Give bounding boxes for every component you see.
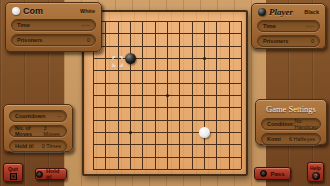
game-screen: Com White Time -:-:- Prisoners 0 Player …	[0, 0, 330, 186]
grid-line	[179, 21, 180, 169]
holdit-count-label: Hold it!	[15, 143, 34, 149]
holdit-count-value: 0 Times	[42, 143, 61, 149]
game-settings-panel: Game Settings Condition: No Handicap Kom…	[255, 99, 327, 145]
komi-value: 6 Halfeyes	[289, 136, 315, 142]
countdown-row: Countdown --	[9, 110, 67, 122]
star-point	[203, 57, 206, 60]
go-board[interactable]	[82, 10, 248, 176]
quit-button-label: Quit	[8, 166, 18, 172]
player-time-row: Time -:-:-	[257, 20, 320, 32]
pass-button[interactable]: Pass	[254, 167, 291, 180]
help-question-icon: ?	[312, 172, 320, 180]
com-panel-header: Com White	[12, 6, 95, 16]
hold-it-button-label: Hold it!	[46, 168, 66, 180]
hold-it-icon	[36, 171, 43, 178]
grid-line	[93, 120, 241, 121]
player-title: Player	[269, 7, 293, 17]
player-panel: Player Black Time -:-:- Prisoners 0	[251, 3, 326, 49]
holdit-count-row: Hold it! 0 Times	[9, 140, 67, 152]
grid-line	[93, 169, 241, 170]
komi-label: Komi	[267, 136, 281, 142]
pass-icon	[260, 170, 267, 177]
com-side-label: White	[80, 8, 95, 14]
com-time-label: Time	[17, 22, 30, 28]
grid-line	[93, 157, 241, 158]
black-stone-icon	[258, 8, 266, 16]
condition-row: Condition: No Handicap	[261, 118, 321, 130]
com-panel: Com White Time -:-:- Prisoners 0	[5, 2, 102, 52]
game-settings-title: Game Settings	[261, 104, 321, 114]
grid-line	[241, 21, 242, 169]
moves-row: No. of Moves 3 Moves	[9, 125, 67, 137]
star-point	[166, 94, 169, 97]
grid-line	[93, 132, 241, 133]
pass-button-label: Pass	[270, 171, 284, 177]
moves-value: 3 Moves	[44, 125, 61, 137]
grid-line	[93, 107, 241, 108]
white-stone-icon	[12, 7, 20, 15]
stone-black	[125, 53, 136, 64]
countdown-value: --	[57, 113, 61, 119]
grid-line	[93, 144, 241, 145]
help-button[interactable]: Help ?	[307, 162, 324, 182]
komi-row: Komi 6 Halfeyes	[261, 133, 321, 145]
com-prisoners-value: 0	[87, 37, 90, 43]
com-time-value: -:-:-	[81, 22, 90, 28]
cursor-marker	[112, 53, 123, 64]
moves-label: No. of Moves	[15, 125, 44, 137]
condition-label: Condition:	[267, 121, 295, 127]
quit-button[interactable]: Quit	[3, 163, 23, 182]
stone-white	[199, 127, 210, 138]
status-panel: Countdown -- No. of Moves 3 Moves Hold i…	[3, 104, 73, 152]
quit-icon	[10, 173, 17, 180]
com-prisoners-row: Prisoners 0	[11, 34, 96, 46]
grid-line	[192, 21, 193, 169]
player-time-label: Time	[263, 23, 276, 29]
condition-value: No Handicap	[295, 118, 318, 130]
player-prisoners-value: 0	[311, 38, 314, 44]
countdown-label: Countdown	[15, 113, 45, 119]
player-time-value: -:-:-	[305, 23, 314, 29]
star-point	[129, 131, 132, 134]
grid-line	[204, 21, 205, 169]
player-prisoners-row: Prisoners 0	[257, 35, 320, 47]
com-time-row: Time -:-:-	[11, 19, 96, 31]
help-button-label: Help	[310, 165, 321, 171]
board-grid	[93, 21, 241, 169]
player-side-label: Black	[304, 9, 319, 15]
grid-line	[216, 21, 217, 169]
hold-it-button[interactable]: Hold it!	[35, 168, 67, 180]
com-title: Com	[23, 6, 43, 16]
player-prisoners-label: Prisoners	[263, 38, 288, 44]
player-panel-header: Player Black	[258, 7, 319, 17]
grid-line	[229, 21, 230, 169]
com-prisoners-label: Prisoners	[17, 37, 42, 43]
